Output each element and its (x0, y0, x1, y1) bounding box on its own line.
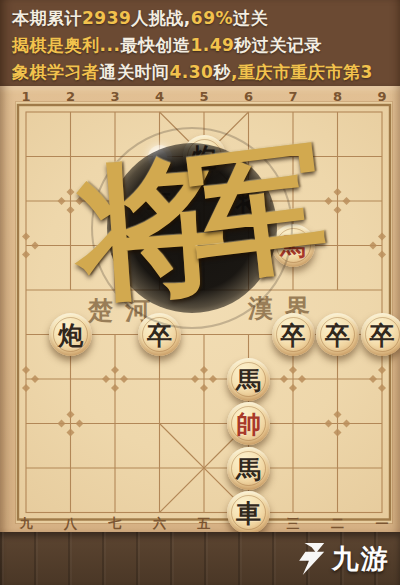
piece-red[interactable]: 帥 (227, 402, 270, 445)
jiuyou-logo-text: 九游 (332, 541, 390, 577)
piece-black[interactable]: 馬 (227, 358, 270, 401)
info-line-challenge-count: 本期累计2939人挑战,69%过关 (12, 5, 400, 32)
info-line-record: 揭棋是奥利...最快创造1.49秒过关记录 (12, 32, 400, 59)
jiuyou-logo: 九游 (292, 540, 390, 578)
top-coordinate-label: 6 (237, 89, 261, 104)
info-text: 本期累计 (12, 8, 82, 28)
challenge-count-value: 2939 (82, 8, 131, 28)
bottom-coordinate-label: 九 (14, 515, 38, 533)
player-region: ,重庆市重庆市第3 (231, 62, 373, 82)
piece-black[interactable]: 炮 (49, 313, 92, 356)
bottom-coordinate-label: 二 (326, 515, 350, 533)
info-text: 人挑战, (131, 8, 190, 28)
top-coordinate-label: 5 (192, 89, 216, 104)
piece-black[interactable]: 卒 (316, 313, 359, 356)
info-text: 最快创造 (120, 35, 190, 55)
top-coordinate-label: 8 (326, 89, 350, 104)
top-coordinate-label: 3 (103, 89, 127, 104)
top-coordinate-label: 2 (59, 89, 83, 104)
record-time-value: 1.49 (190, 35, 234, 55)
piece-black[interactable]: 卒 (272, 313, 315, 356)
top-coordinate-label: 9 (370, 89, 394, 104)
top-coordinate-label: 7 (281, 89, 305, 104)
info-text: 秒 (213, 62, 231, 82)
piece-black[interactable]: 車 (227, 491, 270, 534)
piece-black[interactable]: 卒 (138, 313, 181, 356)
bottom-bar: 九游 (0, 532, 400, 585)
top-coordinate-label: 1 (14, 89, 38, 104)
info-text: 通关时间 (100, 62, 170, 82)
pass-time-value: 4.30 (170, 62, 214, 82)
info-line-latest-pass: 象棋学习者通关时间4.30秒,重庆市重庆市第3 (12, 59, 400, 86)
piece-black[interactable]: 将 (227, 180, 270, 223)
board-area: 123456789 九八七六五四三二一 楚河 漢界 炮車将馬炮卒卒卒卒馬帥馬車 … (0, 86, 400, 532)
bottom-coordinate-label: 五 (192, 515, 216, 533)
piece-red[interactable]: 馬 (272, 224, 315, 267)
piece-black[interactable]: 卒 (361, 313, 400, 356)
info-text: 过关 (233, 8, 268, 28)
info-text: 秒 (234, 35, 252, 55)
player-name: 象棋学习者 (12, 62, 100, 82)
pass-rate-value: 69% (191, 8, 233, 28)
jiuyou-logo-icon (292, 540, 326, 578)
piece-black[interactable]: 馬 (227, 447, 270, 490)
screen: 本期累计2939人挑战,69%过关 揭棋是奥利...最快创造1.49秒过关记录 … (0, 0, 400, 585)
top-coordinate-label: 4 (148, 89, 172, 104)
record-holder-name: 揭棋是奥利... (12, 35, 120, 55)
challenge-info-bar: 本期累计2939人挑战,69%过关 揭棋是奥利...最快创造1.49秒过关记录 … (0, 0, 400, 86)
info-text: 过关记录 (252, 35, 322, 55)
bottom-coordinate-label: 七 (103, 515, 127, 533)
bottom-coordinate-label: 三 (281, 515, 305, 533)
last-move-marker (153, 150, 167, 164)
bottom-coordinate-label: 六 (148, 515, 172, 533)
piece-black[interactable]: 車 (138, 180, 181, 223)
piece-black[interactable]: 炮 (183, 135, 226, 178)
bottom-coordinate-label: 八 (59, 515, 83, 533)
bottom-coordinate-label: 一 (370, 515, 394, 533)
